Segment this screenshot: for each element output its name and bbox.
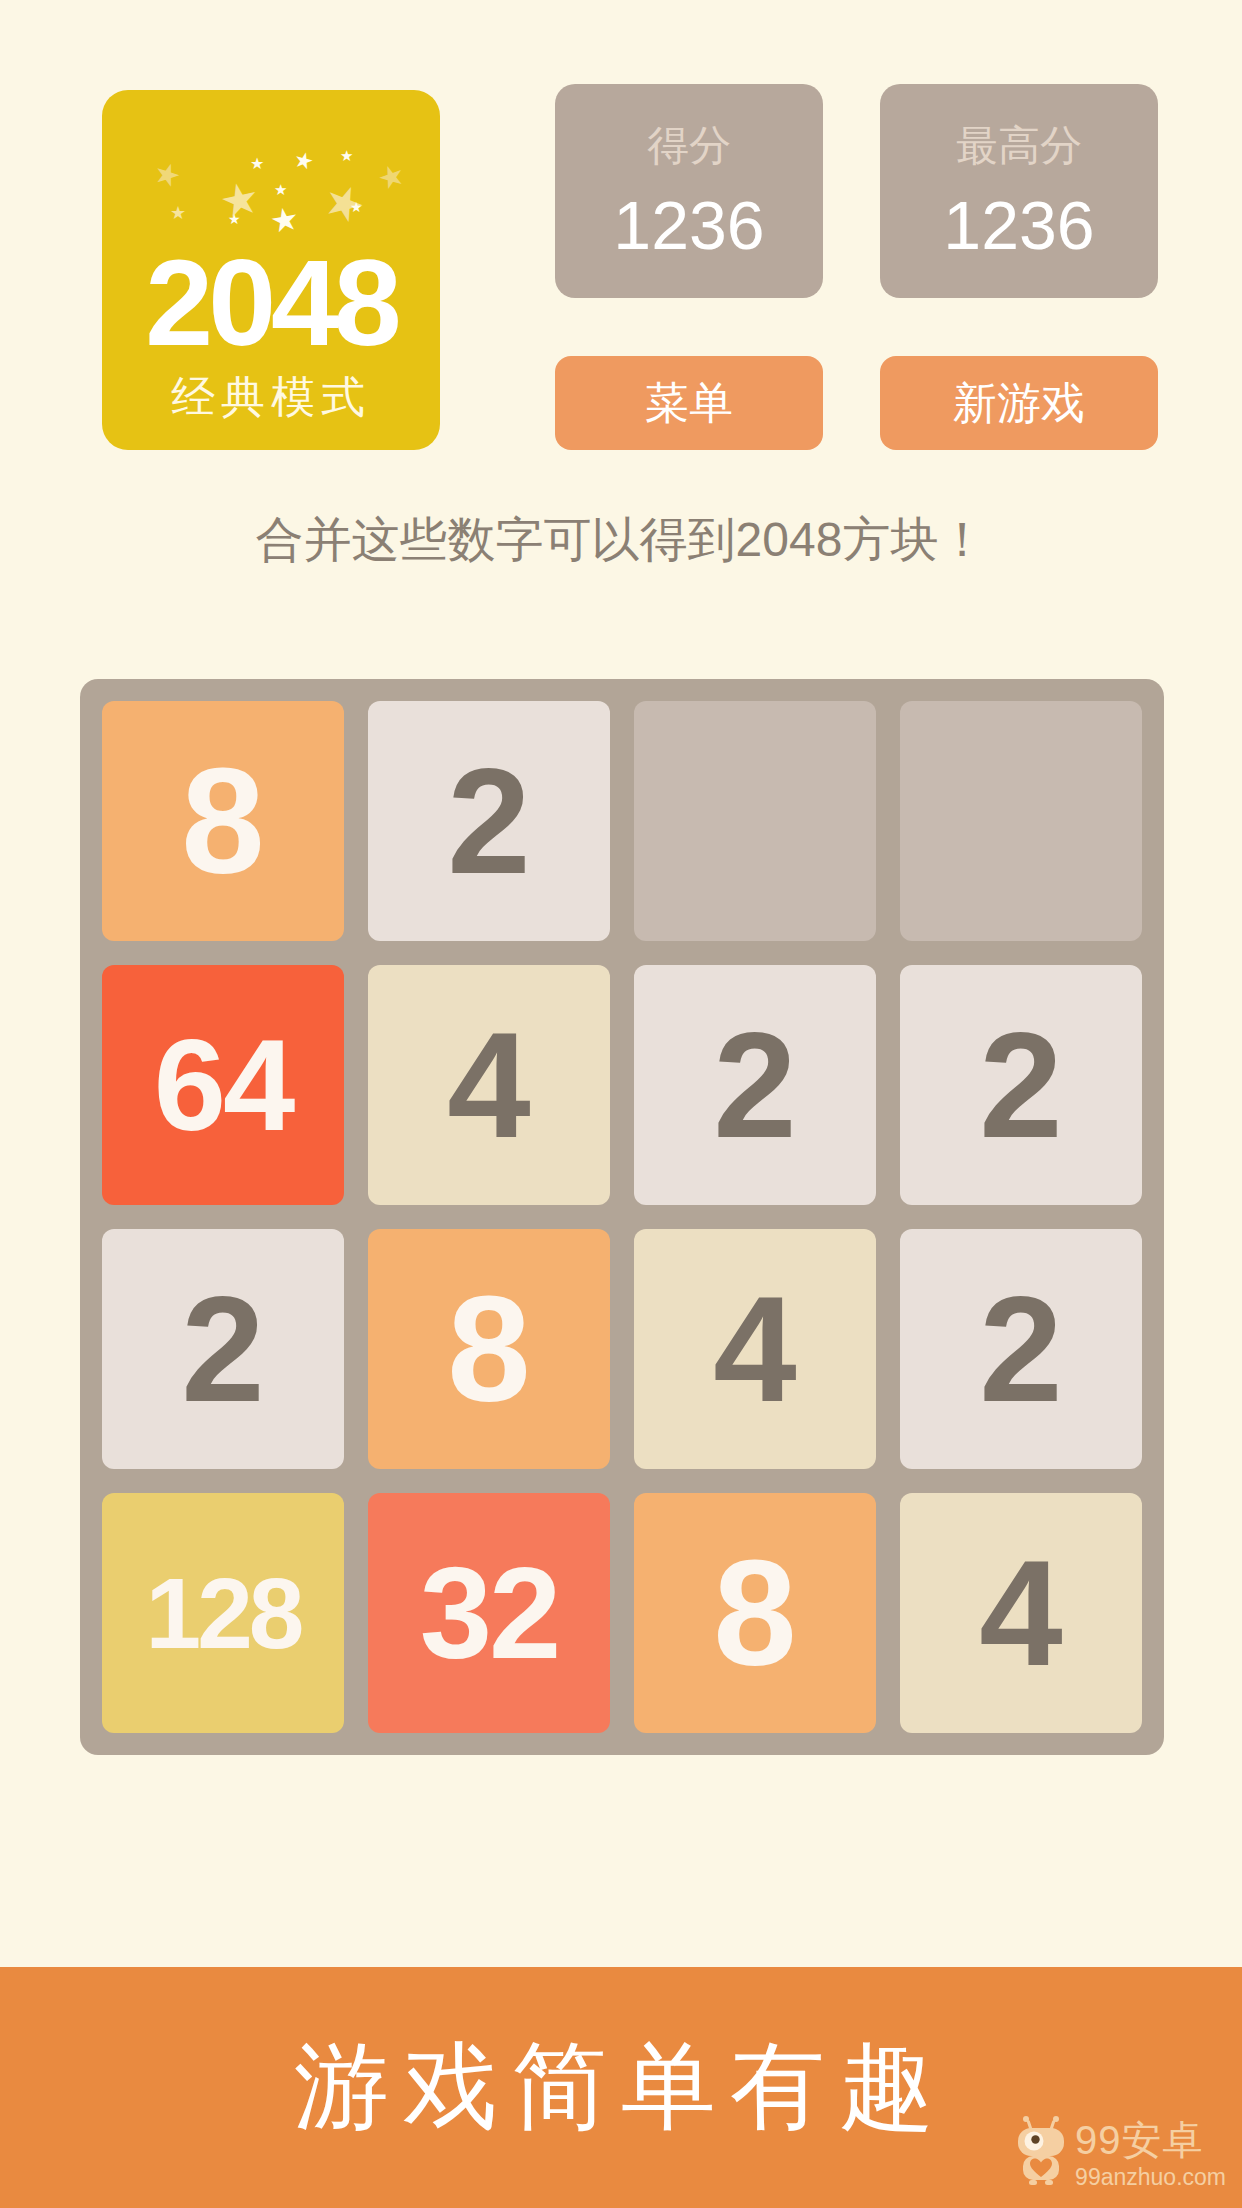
board-cell: 128 (102, 1493, 344, 1733)
game-board[interactable]: 8 2 64 4 2 2 2 8 4 2 128 32 8 4 (80, 679, 1164, 1755)
logo-mode-label: 经典模式 (102, 368, 440, 427)
bottom-banner: 游戏简单有趣 99安卓 99anzhuo.co (0, 1967, 1242, 2208)
game-logo: ★ ★ ★ ★ ★ ★ ★ ★ ★ ★ ★ ★ 2048 经典模式 (102, 90, 440, 450)
star-icon: ★ (150, 157, 185, 194)
star-icon: ★ (250, 156, 264, 172)
new-game-button[interactable]: 新游戏 (880, 356, 1158, 450)
instruction-text: 合并这些数字可以得到2048方块！ (0, 508, 1242, 572)
best-score-label: 最高分 (956, 118, 1082, 174)
watermark-site-url: 99anzhuo.com (1075, 2164, 1226, 2192)
board-cell: 4 (634, 1229, 876, 1469)
star-icon: ★ (267, 202, 301, 238)
99anzhuo-mascot-icon (1015, 2114, 1067, 2190)
menu-button[interactable]: 菜单 (555, 356, 823, 450)
star-icon: ★ (170, 204, 186, 222)
star-icon: ★ (374, 158, 410, 195)
board-cell: 64 (102, 965, 344, 1205)
star-icon: ★ (350, 200, 363, 214)
star-icon: ★ (228, 212, 241, 226)
board-cell: 4 (368, 965, 610, 1205)
star-icon: ★ (317, 174, 372, 232)
score-value: 1236 (613, 186, 764, 264)
star-icon: ★ (292, 148, 316, 174)
score-label: 得分 (647, 118, 731, 174)
board-cell: 8 (102, 701, 344, 941)
board-cell: 2 (368, 701, 610, 941)
board-cell (634, 701, 876, 941)
board-cell: 32 (368, 1493, 610, 1733)
logo-title: 2048 (102, 236, 440, 370)
star-icon: ★ (274, 182, 287, 197)
board-cell: 4 (900, 1493, 1142, 1733)
score-box: 得分 1236 (555, 84, 823, 298)
watermark-site-name: 99安卓 (1075, 2118, 1204, 2162)
board-cell: 2 (900, 1229, 1142, 1469)
board-cell: 2 (900, 965, 1142, 1205)
board-cell: 2 (102, 1229, 344, 1469)
board-cell (900, 701, 1142, 941)
best-score-box: 最高分 1236 (880, 84, 1158, 298)
board-cell: 2 (634, 965, 876, 1205)
star-icon: ★ (340, 148, 353, 163)
board-cell: 8 (368, 1229, 610, 1469)
board-cell: 8 (634, 1493, 876, 1733)
site-watermark: 99安卓 99anzhuo.com (1015, 2114, 1226, 2192)
best-score-value: 1236 (943, 186, 1094, 264)
